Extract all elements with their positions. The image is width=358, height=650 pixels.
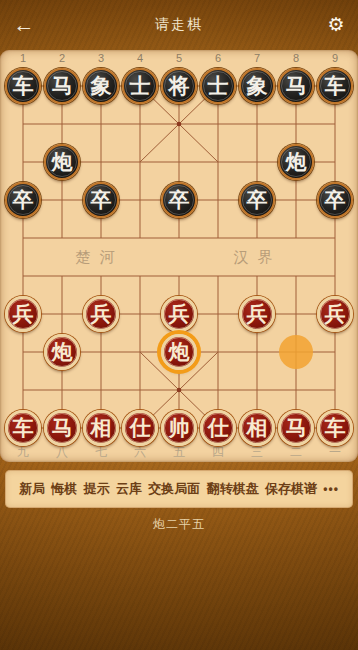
piece-glyph: 马 xyxy=(286,72,307,100)
piece-glyph: 卒 xyxy=(325,186,346,214)
menu-item-7[interactable]: 保存棋谱 xyxy=(265,480,317,498)
piece-glyph: 兵 xyxy=(13,300,34,328)
top-bar: ← 请走棋 ⚙ xyxy=(0,0,358,50)
xiangqi-board[interactable]: 楚河 汉界 123456789九八七六五四三二一车马象士将士象马车炮炮卒卒卒卒卒… xyxy=(0,50,358,462)
app-screen: ← 请走棋 ⚙ 楚河 汉界 123456789九八七六五四三二一车马象士将士象马… xyxy=(0,0,358,650)
piece-glyph: 将 xyxy=(169,72,190,100)
piece-red-相[interactable]: 相 xyxy=(83,410,119,446)
last-move-label: 炮二平五 xyxy=(0,516,358,533)
piece-glyph: 相 xyxy=(91,414,112,442)
piece-red-兵[interactable]: 兵 xyxy=(5,296,41,332)
file-coord-top-6: 6 xyxy=(215,52,221,64)
menu-item-6[interactable]: 翻转棋盘 xyxy=(207,480,259,498)
piece-glyph: 车 xyxy=(325,72,346,100)
piece-glyph: 帅 xyxy=(169,414,190,442)
piece-black-士[interactable]: 士 xyxy=(200,68,236,104)
file-coord-top-2: 2 xyxy=(59,52,65,64)
piece-glyph: 车 xyxy=(325,414,346,442)
file-coord-bottom-2: 八 xyxy=(56,444,68,461)
piece-glyph: 卒 xyxy=(91,186,112,214)
piece-glyph: 象 xyxy=(91,72,112,100)
piece-red-兵[interactable]: 兵 xyxy=(83,296,119,332)
piece-glyph: 马 xyxy=(52,414,73,442)
river-label-han-jie: 汉界 xyxy=(225,248,282,267)
file-coord-top-5: 5 xyxy=(176,52,182,64)
piece-red-仕[interactable]: 仕 xyxy=(200,410,236,446)
file-coord-top-1: 1 xyxy=(20,52,26,64)
file-coord-bottom-1: 九 xyxy=(17,444,29,461)
piece-black-卒[interactable]: 卒 xyxy=(239,182,275,218)
piece-glyph: 士 xyxy=(208,72,229,100)
piece-red-兵[interactable]: 兵 xyxy=(161,296,197,332)
piece-glyph: 卒 xyxy=(169,186,190,214)
piece-red-炮[interactable]: 炮 xyxy=(44,334,80,370)
piece-glyph: 马 xyxy=(286,414,307,442)
piece-black-车[interactable]: 车 xyxy=(317,68,353,104)
menu-more-icon[interactable]: ••• xyxy=(323,482,339,496)
piece-glyph: 象 xyxy=(247,72,268,100)
file-coord-top-3: 3 xyxy=(98,52,104,64)
file-coord-bottom-3: 七 xyxy=(95,444,107,461)
piece-black-卒[interactable]: 卒 xyxy=(161,182,197,218)
piece-glyph: 兵 xyxy=(247,300,268,328)
menu-item-5[interactable]: 交换局面 xyxy=(148,480,200,498)
file-coord-bottom-9: 一 xyxy=(329,444,341,461)
piece-black-士[interactable]: 士 xyxy=(122,68,158,104)
piece-red-仕[interactable]: 仕 xyxy=(122,410,158,446)
piece-glyph: 车 xyxy=(13,414,34,442)
piece-black-象[interactable]: 象 xyxy=(83,68,119,104)
piece-red-兵[interactable]: 兵 xyxy=(239,296,275,332)
piece-red-车[interactable]: 车 xyxy=(5,410,41,446)
piece-red-马[interactable]: 马 xyxy=(44,410,80,446)
file-coord-top-4: 4 xyxy=(137,52,143,64)
piece-glyph: 卒 xyxy=(247,186,268,214)
piece-glyph: 马 xyxy=(52,72,73,100)
piece-black-炮[interactable]: 炮 xyxy=(278,144,314,180)
piece-black-卒[interactable]: 卒 xyxy=(5,182,41,218)
piece-glyph: 炮 xyxy=(52,338,73,366)
piece-red-帅[interactable]: 帅 xyxy=(161,410,197,446)
piece-glyph: 兵 xyxy=(169,300,190,328)
settings-gear-icon[interactable]: ⚙ xyxy=(322,12,350,38)
menu-item-1[interactable]: 新局 xyxy=(19,480,45,498)
piece-glyph: 兵 xyxy=(91,300,112,328)
piece-glyph: 炮 xyxy=(169,338,190,366)
piece-glyph: 仕 xyxy=(130,414,151,442)
file-coord-bottom-6: 四 xyxy=(212,444,224,461)
piece-glyph: 卒 xyxy=(13,186,34,214)
file-coord-bottom-7: 三 xyxy=(251,444,263,461)
piece-red-兵[interactable]: 兵 xyxy=(317,296,353,332)
menu-item-4[interactable]: 云库 xyxy=(116,480,142,498)
file-coord-bottom-8: 二 xyxy=(290,444,302,461)
piece-glyph: 仕 xyxy=(208,414,229,442)
file-coord-bottom-5: 五 xyxy=(173,444,185,461)
piece-glyph: 士 xyxy=(130,72,151,100)
piece-glyph: 车 xyxy=(13,72,34,100)
piece-black-炮[interactable]: 炮 xyxy=(44,144,80,180)
piece-black-马[interactable]: 马 xyxy=(278,68,314,104)
piece-black-将[interactable]: 将 xyxy=(161,68,197,104)
piece-glyph: 炮 xyxy=(52,148,73,176)
piece-glyph: 相 xyxy=(247,414,268,442)
file-coord-top-9: 9 xyxy=(332,52,338,64)
bottom-menu-bar: 新局悔棋提示云库交换局面翻转棋盘保存棋谱••• xyxy=(5,470,353,508)
move-origin-marker xyxy=(279,335,313,369)
page-title: 请走棋 xyxy=(0,16,358,34)
piece-glyph: 炮 xyxy=(286,148,307,176)
menu-item-3[interactable]: 提示 xyxy=(84,480,110,498)
piece-black-马[interactable]: 马 xyxy=(44,68,80,104)
board-grid xyxy=(0,50,358,462)
piece-glyph: 兵 xyxy=(325,300,346,328)
piece-black-卒[interactable]: 卒 xyxy=(83,182,119,218)
piece-black-车[interactable]: 车 xyxy=(5,68,41,104)
piece-black-卒[interactable]: 卒 xyxy=(317,182,353,218)
piece-black-象[interactable]: 象 xyxy=(239,68,275,104)
piece-red-相[interactable]: 相 xyxy=(239,410,275,446)
piece-red-炮[interactable]: 炮 xyxy=(161,334,197,370)
river-label-chu-he: 楚河 xyxy=(67,248,124,267)
piece-red-马[interactable]: 马 xyxy=(278,410,314,446)
file-coord-top-8: 8 xyxy=(293,52,299,64)
file-coord-bottom-4: 六 xyxy=(134,444,146,461)
piece-red-车[interactable]: 车 xyxy=(317,410,353,446)
menu-item-2[interactable]: 悔棋 xyxy=(51,480,77,498)
file-coord-top-7: 7 xyxy=(254,52,260,64)
